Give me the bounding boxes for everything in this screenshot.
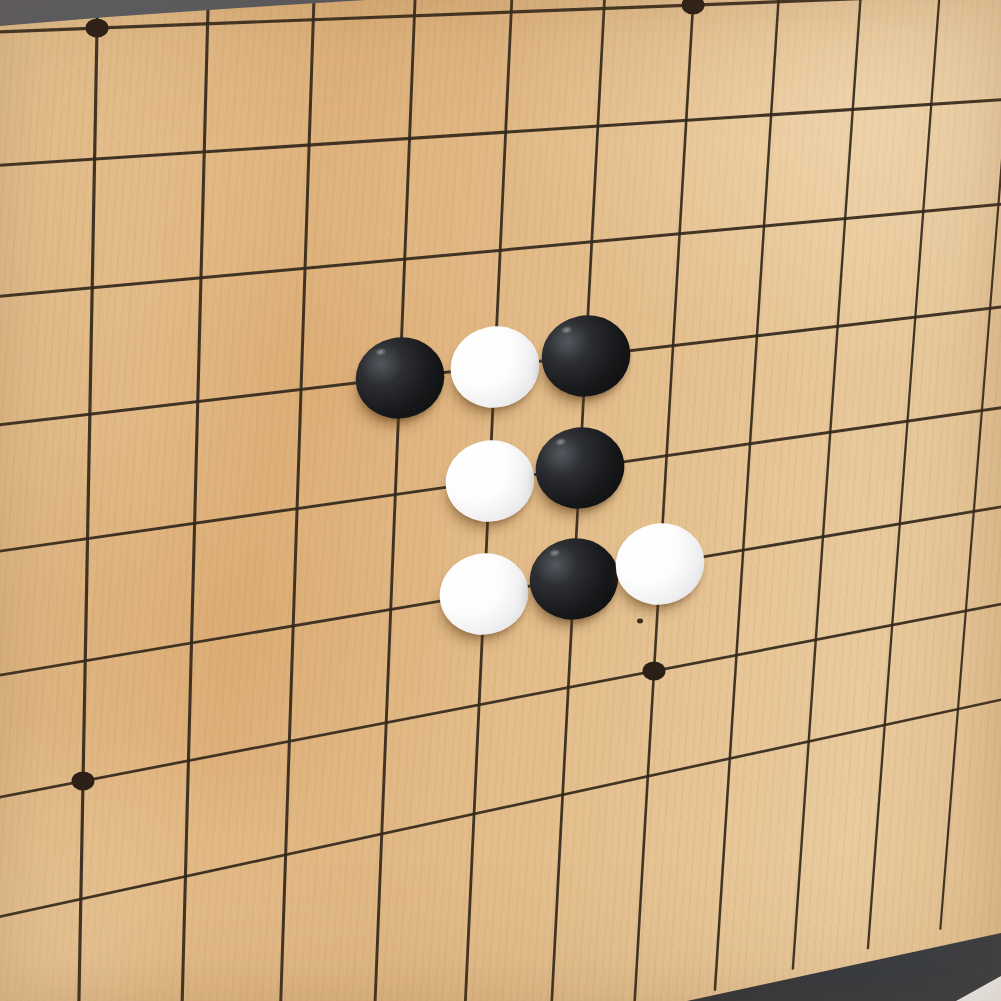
- star-point: [643, 662, 666, 681]
- surface-speck: [637, 619, 643, 624]
- grid-line: [0, 685, 1001, 930]
- grid-line: [179, 0, 210, 1001]
- go-board-photo: [0, 0, 1001, 1001]
- grid-line: [868, 0, 945, 949]
- grid-line: [793, 0, 865, 970]
- grid-line: [715, 0, 783, 991]
- grid-line: [372, 0, 418, 1001]
- grid-line: [940, 0, 1001, 930]
- star-point: [86, 19, 109, 38]
- grid-line: [76, 0, 99, 1001]
- star-point: [72, 772, 95, 791]
- grid-line: [634, 0, 697, 1001]
- star-point: [682, 0, 705, 15]
